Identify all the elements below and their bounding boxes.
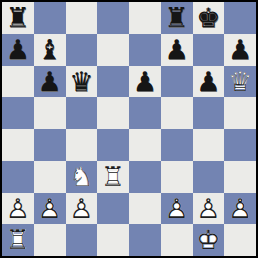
square-g6[interactable]: ♟ xyxy=(193,66,225,98)
square-g1[interactable]: ♚♔ xyxy=(193,224,225,256)
square-c3[interactable]: ♞♘ xyxy=(66,161,98,193)
square-e6[interactable]: ♟ xyxy=(129,66,161,98)
square-c1[interactable] xyxy=(66,224,98,256)
square-f4[interactable] xyxy=(161,129,193,161)
square-h8[interactable] xyxy=(224,2,256,34)
square-h1[interactable] xyxy=(224,224,256,256)
square-d4[interactable] xyxy=(97,129,129,161)
square-f3[interactable] xyxy=(161,161,193,193)
chess-board-frame: ♜♜♚♟♝♟♟♟♛♟♟♛♕♞♘♜♖♟♙♟♙♟♙♟♙♟♙♟♙♜♖♚♔ xyxy=(0,0,258,258)
square-e5[interactable] xyxy=(129,97,161,129)
square-a5[interactable] xyxy=(2,97,34,129)
black-pawn-piece: ♟ xyxy=(2,34,34,66)
square-b2[interactable]: ♟♙ xyxy=(34,193,66,225)
square-d3[interactable]: ♜♖ xyxy=(97,161,129,193)
square-b8[interactable] xyxy=(34,2,66,34)
black-pawn-piece: ♟ xyxy=(34,66,66,98)
square-c2[interactable]: ♟♙ xyxy=(66,193,98,225)
black-pawn-piece: ♟ xyxy=(224,34,256,66)
square-h2[interactable]: ♟♙ xyxy=(224,193,256,225)
square-c8[interactable] xyxy=(66,2,98,34)
square-c6[interactable]: ♛ xyxy=(66,66,98,98)
white-pawn-piece: ♟♙ xyxy=(161,193,193,225)
square-e7[interactable] xyxy=(129,34,161,66)
square-f6[interactable] xyxy=(161,66,193,98)
square-b1[interactable] xyxy=(34,224,66,256)
square-g4[interactable] xyxy=(193,129,225,161)
square-d5[interactable] xyxy=(97,97,129,129)
square-g3[interactable] xyxy=(193,161,225,193)
square-h5[interactable] xyxy=(224,97,256,129)
white-pawn-piece: ♟♙ xyxy=(34,193,66,225)
square-d7[interactable] xyxy=(97,34,129,66)
white-pawn-piece: ♟♙ xyxy=(66,193,98,225)
white-pawn-piece: ♟♙ xyxy=(193,193,225,225)
square-a3[interactable] xyxy=(2,161,34,193)
square-d2[interactable] xyxy=(97,193,129,225)
square-e2[interactable] xyxy=(129,193,161,225)
square-a7[interactable]: ♟ xyxy=(2,34,34,66)
square-h6[interactable]: ♛♕ xyxy=(224,66,256,98)
square-d6[interactable] xyxy=(97,66,129,98)
black-pawn-piece: ♟ xyxy=(129,66,161,98)
square-h3[interactable] xyxy=(224,161,256,193)
square-d8[interactable] xyxy=(97,2,129,34)
square-a1[interactable]: ♜♖ xyxy=(2,224,34,256)
square-c5[interactable] xyxy=(66,97,98,129)
chess-board: ♜♜♚♟♝♟♟♟♛♟♟♛♕♞♘♜♖♟♙♟♙♟♙♟♙♟♙♟♙♜♖♚♔ xyxy=(2,2,256,256)
square-b6[interactable]: ♟ xyxy=(34,66,66,98)
square-e1[interactable] xyxy=(129,224,161,256)
white-pawn-piece: ♟♙ xyxy=(2,193,34,225)
black-king-piece: ♚ xyxy=(193,2,225,34)
black-rook-piece: ♜ xyxy=(161,2,193,34)
square-e8[interactable] xyxy=(129,2,161,34)
square-d1[interactable] xyxy=(97,224,129,256)
square-g7[interactable] xyxy=(193,34,225,66)
white-knight-piece: ♞♘ xyxy=(66,161,98,193)
square-c4[interactable] xyxy=(66,129,98,161)
square-e4[interactable] xyxy=(129,129,161,161)
square-g8[interactable]: ♚ xyxy=(193,2,225,34)
square-g5[interactable] xyxy=(193,97,225,129)
square-f1[interactable] xyxy=(161,224,193,256)
square-e3[interactable] xyxy=(129,161,161,193)
square-a8[interactable]: ♜ xyxy=(2,2,34,34)
square-b3[interactable] xyxy=(34,161,66,193)
square-a4[interactable] xyxy=(2,129,34,161)
square-c7[interactable] xyxy=(66,34,98,66)
black-rook-piece: ♜ xyxy=(2,2,34,34)
square-b4[interactable] xyxy=(34,129,66,161)
square-f5[interactable] xyxy=(161,97,193,129)
square-f8[interactable]: ♜ xyxy=(161,2,193,34)
square-b5[interactable] xyxy=(34,97,66,129)
white-king-piece: ♚♔ xyxy=(193,224,225,256)
square-h4[interactable] xyxy=(224,129,256,161)
square-g2[interactable]: ♟♙ xyxy=(193,193,225,225)
white-rook-piece: ♜♖ xyxy=(2,224,34,256)
black-bishop-piece: ♝ xyxy=(34,34,66,66)
black-pawn-piece: ♟ xyxy=(161,34,193,66)
square-a2[interactable]: ♟♙ xyxy=(2,193,34,225)
square-f2[interactable]: ♟♙ xyxy=(161,193,193,225)
white-pawn-piece: ♟♙ xyxy=(224,193,256,225)
white-queen-piece: ♛♕ xyxy=(224,66,256,98)
black-queen-piece: ♛ xyxy=(66,66,98,98)
square-h7[interactable]: ♟ xyxy=(224,34,256,66)
square-f7[interactable]: ♟ xyxy=(161,34,193,66)
square-b7[interactable]: ♝ xyxy=(34,34,66,66)
white-rook-piece: ♜♖ xyxy=(97,161,129,193)
square-a6[interactable] xyxy=(2,66,34,98)
black-pawn-piece: ♟ xyxy=(193,66,225,98)
